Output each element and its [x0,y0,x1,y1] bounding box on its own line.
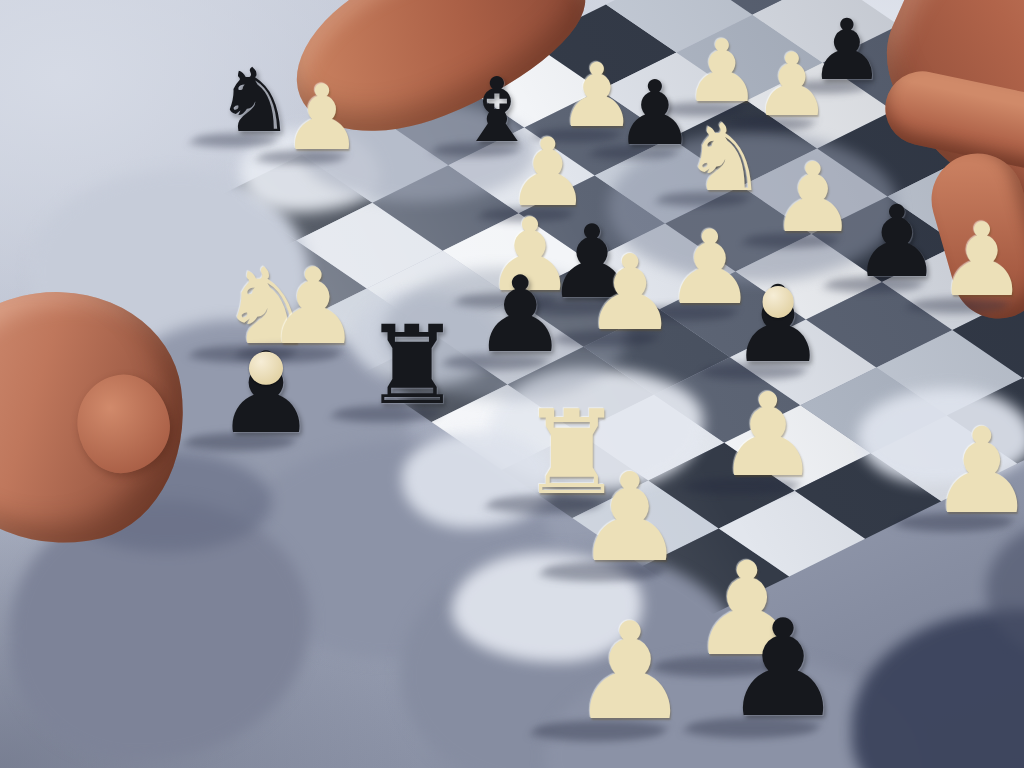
white-knight-icon: ♞ [683,112,766,205]
chess-piece-h6: ♟ [853,192,942,291]
chess-piece-f5: ♟ [730,272,825,378]
chess-piece-g6: ♟ [770,150,856,246]
table-edge-blob [10,500,310,760]
chess-piece-c5: ♟ [473,263,567,368]
white-pawn-icon: ♟ [683,28,760,114]
white-pawn-icon: ♟ [583,241,676,345]
white-pawn-icon: ♟ [570,605,690,739]
black-pawn-icon: ♟ [473,263,567,368]
photo-scene: ♞♟♝♟♟♟♟♟♟♞♟♟♟♞♟♟♟♜♟♟♟♟♟♜♟♟♟♟♟♟ [0,0,1024,768]
white-pawn-icon: ♟ [575,457,684,579]
soft-shadow [62,452,272,552]
white-pawn-icon: ♟ [929,412,1024,530]
white-pawn-icon: ♟ [282,73,363,163]
chess-piece-d5: ♟ [583,241,676,345]
corner-shadow [986,520,1024,660]
fist-knuckle [71,369,176,479]
chess-piece-b5: ♜ [363,311,461,420]
white-pawn-icon: ♟ [937,210,1024,311]
cream-pawn-head [249,351,283,385]
chess-piece-f6: ♞ [683,112,766,205]
chess-piece-g4: ♟ [929,412,1024,530]
chess-piece-e2: ♟ [723,602,843,736]
black-pawn-icon: ♟ [723,602,843,736]
white-pawn-icon: ♟ [716,378,819,493]
chess-piece-b3: ♟ [575,457,684,579]
chess-piece-g7: ♟ [683,28,760,114]
chess-piece-d4: ♟ [716,378,819,493]
black-rook-icon: ♜ [363,311,461,420]
chess-piece-c8: ♟ [282,73,363,163]
chess-piece-c2: ♟ [570,605,690,739]
white-pawn-icon: ♟ [770,150,856,246]
cream-pawn-head [762,286,794,318]
black-pawn-icon: ♟ [853,192,942,291]
chess-piece-h5: ♟ [937,210,1024,311]
left-fist [0,275,200,560]
corner-shadow [852,610,1024,768]
chess-piece-a5: ♟ [216,337,316,449]
